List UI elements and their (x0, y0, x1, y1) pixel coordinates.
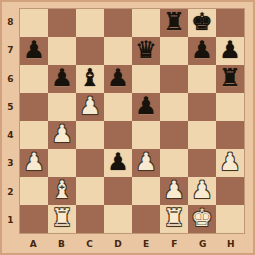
square-d8[interactable] (104, 9, 132, 37)
white-king: ♚ (191, 206, 213, 230)
square-d7[interactable] (104, 37, 132, 65)
file-label-c: C (76, 236, 104, 251)
square-g2[interactable]: ♟ (188, 177, 216, 205)
square-d3[interactable]: ♟ (104, 149, 132, 177)
black-pawn: ♟ (191, 38, 213, 62)
square-h6[interactable]: ♜ (216, 65, 244, 93)
rank-label-7: 7 (2, 36, 19, 64)
square-f7[interactable] (160, 37, 188, 65)
square-h1[interactable] (216, 205, 244, 233)
square-f5[interactable] (160, 93, 188, 121)
square-d1[interactable] (104, 205, 132, 233)
file-label-f: F (160, 236, 188, 251)
square-b8[interactable] (48, 9, 76, 37)
white-pawn: ♟ (23, 150, 45, 174)
square-e7[interactable]: ♛ (132, 37, 160, 65)
square-a6[interactable] (20, 65, 48, 93)
file-label-g: G (189, 236, 217, 251)
square-h5[interactable] (216, 93, 244, 121)
file-label-h: H (217, 236, 245, 251)
black-bishop: ♝ (79, 66, 101, 90)
square-a8[interactable] (20, 9, 48, 37)
rank-label-4: 4 (2, 121, 19, 149)
white-pawn: ♟ (191, 178, 213, 202)
rank-label-1: 1 (2, 206, 19, 234)
white-pawn: ♟ (219, 150, 241, 174)
square-h8[interactable] (216, 9, 244, 37)
square-g4[interactable] (188, 121, 216, 149)
square-c6[interactable]: ♝ (76, 65, 104, 93)
square-b3[interactable] (48, 149, 76, 177)
square-e8[interactable] (132, 9, 160, 37)
square-d6[interactable]: ♟ (104, 65, 132, 93)
black-rook: ♜ (163, 10, 185, 34)
file-label-e: E (132, 236, 160, 251)
square-e1[interactable] (132, 205, 160, 233)
square-g8[interactable]: ♚ (188, 9, 216, 37)
file-label-b: B (47, 236, 75, 251)
black-pawn: ♟ (107, 150, 129, 174)
square-b2[interactable]: ♝ (48, 177, 76, 205)
square-h4[interactable] (216, 121, 244, 149)
chess-diagram: 87654321 ♜♚♟♛♟♟♟♝♟♜♟♟♟♟♟♟♟♝♟♟♜♜♚ ABCDEFG… (0, 0, 255, 255)
file-labels: ABCDEFGH (19, 236, 245, 251)
square-f2[interactable]: ♟ (160, 177, 188, 205)
square-g5[interactable] (188, 93, 216, 121)
square-c7[interactable] (76, 37, 104, 65)
square-e5[interactable]: ♟ (132, 93, 160, 121)
white-bishop: ♝ (51, 178, 73, 202)
black-pawn: ♟ (23, 38, 45, 62)
square-g1[interactable]: ♚ (188, 205, 216, 233)
rank-label-6: 6 (2, 65, 19, 93)
square-a2[interactable] (20, 177, 48, 205)
square-c3[interactable] (76, 149, 104, 177)
file-label-d: D (104, 236, 132, 251)
square-e3[interactable]: ♟ (132, 149, 160, 177)
square-d2[interactable] (104, 177, 132, 205)
square-e6[interactable] (132, 65, 160, 93)
square-c1[interactable] (76, 205, 104, 233)
square-a5[interactable] (20, 93, 48, 121)
square-b6[interactable]: ♟ (48, 65, 76, 93)
rank-label-8: 8 (2, 8, 19, 36)
square-h3[interactable]: ♟ (216, 149, 244, 177)
square-b7[interactable] (48, 37, 76, 65)
white-pawn: ♟ (51, 122, 73, 146)
square-h7[interactable]: ♟ (216, 37, 244, 65)
square-e2[interactable] (132, 177, 160, 205)
square-a1[interactable] (20, 205, 48, 233)
square-a7[interactable]: ♟ (20, 37, 48, 65)
square-g3[interactable] (188, 149, 216, 177)
square-f8[interactable]: ♜ (160, 9, 188, 37)
square-f6[interactable] (160, 65, 188, 93)
square-e4[interactable] (132, 121, 160, 149)
white-rook: ♜ (163, 206, 185, 230)
white-rook: ♜ (51, 206, 73, 230)
square-c4[interactable] (76, 121, 104, 149)
square-f4[interactable] (160, 121, 188, 149)
black-queen: ♛ (135, 38, 157, 62)
black-pawn: ♟ (219, 38, 241, 62)
white-pawn: ♟ (163, 178, 185, 202)
square-g7[interactable]: ♟ (188, 37, 216, 65)
square-b1[interactable]: ♜ (48, 205, 76, 233)
square-a3[interactable]: ♟ (20, 149, 48, 177)
white-pawn: ♟ (79, 94, 101, 118)
board: ♜♚♟♛♟♟♟♝♟♜♟♟♟♟♟♟♟♝♟♟♜♜♚ (19, 8, 245, 234)
square-b4[interactable]: ♟ (48, 121, 76, 149)
square-d4[interactable] (104, 121, 132, 149)
black-rook: ♜ (219, 66, 241, 90)
black-pawn: ♟ (135, 94, 157, 118)
square-c8[interactable] (76, 9, 104, 37)
white-pawn: ♟ (135, 150, 157, 174)
file-label-a: A (19, 236, 47, 251)
square-c2[interactable] (76, 177, 104, 205)
square-f3[interactable] (160, 149, 188, 177)
square-g6[interactable] (188, 65, 216, 93)
square-h2[interactable] (216, 177, 244, 205)
square-a4[interactable] (20, 121, 48, 149)
square-d5[interactable] (104, 93, 132, 121)
square-c5[interactable]: ♟ (76, 93, 104, 121)
black-pawn: ♟ (107, 66, 129, 90)
rank-label-5: 5 (2, 93, 19, 121)
square-b5[interactable] (48, 93, 76, 121)
rank-label-3: 3 (2, 149, 19, 177)
rank-labels: 87654321 (2, 8, 19, 234)
black-pawn: ♟ (51, 66, 73, 90)
square-f1[interactable]: ♜ (160, 205, 188, 233)
rank-label-2: 2 (2, 178, 19, 206)
black-king: ♚ (191, 10, 213, 34)
